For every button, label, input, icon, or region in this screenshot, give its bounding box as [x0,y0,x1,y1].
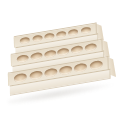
pit[interactable] [44,33,54,41]
pit[interactable] [71,45,83,54]
pit[interactable] [32,35,42,43]
pit[interactable] [44,50,56,59]
pit[interactable] [20,37,30,45]
tiered-pit-board [0,15,120,110]
pit[interactable] [30,52,42,61]
pit[interactable] [89,60,102,71]
pit[interactable] [85,43,97,52]
pit[interactable] [81,26,91,34]
pit[interactable] [56,31,66,39]
pit[interactable] [29,70,42,81]
photo-background [0,0,120,120]
pit[interactable] [44,67,57,78]
pit[interactable] [57,47,69,56]
pit[interactable] [59,65,72,76]
pit[interactable] [17,54,29,63]
pit[interactable] [74,62,87,73]
pit[interactable] [14,72,27,83]
pit[interactable] [68,29,78,37]
